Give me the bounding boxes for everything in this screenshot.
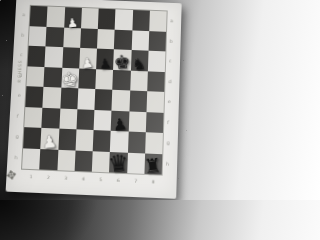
board-cell[interactable]: [25, 86, 43, 107]
board-cell[interactable]: [30, 6, 48, 27]
file-label-right: g: [167, 141, 170, 146]
board-cell[interactable]: [127, 132, 145, 153]
chess-board: ♟♟♚♟♟♚♞♟♛♜: [22, 6, 167, 175]
board-cell[interactable]: [149, 11, 167, 32]
rank-label: 2: [47, 176, 50, 181]
file-label-left: e: [18, 94, 21, 99]
board-cell[interactable]: [80, 28, 98, 49]
file-label-left: b: [21, 33, 24, 38]
board-cell[interactable]: [47, 7, 65, 28]
board-cell[interactable]: [94, 109, 112, 130]
board-cell[interactable]: [146, 91, 164, 112]
rank-label: 7: [134, 180, 137, 185]
board-cell[interactable]: [43, 87, 61, 108]
piece-black-king[interactable]: ♚: [113, 52, 131, 72]
file-label-right: f: [167, 121, 169, 126]
board-cell[interactable]: [26, 66, 44, 87]
piece-black-pawn[interactable]: ♟: [112, 116, 128, 133]
vinyl-chess-mat: ®CHESS ✥ ♟♟♚♟♟♚♞♟♛♜ 12345678aabbccddeeff…: [6, 0, 182, 199]
board-cell[interactable]: [114, 29, 132, 50]
board-cell[interactable]: [81, 8, 99, 29]
piece-white-pawn[interactable]: ♟: [67, 16, 79, 29]
board-cell[interactable]: [95, 69, 113, 90]
piece-black-pawn[interactable]: ♟: [98, 56, 111, 71]
board-cell[interactable]: [147, 71, 165, 92]
board-cell[interactable]: [78, 68, 96, 89]
board-cell[interactable]: [148, 31, 166, 52]
file-label-left: g: [16, 135, 19, 140]
board-cell[interactable]: [23, 127, 41, 148]
board-cell[interactable]: [76, 109, 94, 130]
board-cell[interactable]: [115, 9, 133, 30]
brand-emblem-icon: ✥: [5, 167, 18, 183]
board-cell[interactable]: [58, 129, 76, 150]
board-cell[interactable]: [24, 107, 42, 128]
file-label-left: c: [20, 53, 23, 58]
board-cell[interactable]: [93, 130, 111, 151]
rank-label: 6: [117, 179, 120, 184]
board-cell[interactable]: [148, 51, 166, 72]
board-cell[interactable]: [75, 129, 93, 150]
file-label-left: f: [17, 115, 19, 120]
piece-black-rook[interactable]: ♜: [143, 156, 162, 177]
rank-label: 1: [29, 175, 32, 180]
board-cell[interactable]: [98, 9, 116, 30]
file-label-right: a: [170, 20, 173, 24]
board-cell[interactable]: [146, 112, 164, 133]
board-cell[interactable]: [94, 89, 112, 110]
board-cell[interactable]: [77, 88, 95, 109]
board-cell[interactable]: [112, 90, 130, 111]
file-label-right: d: [168, 80, 171, 85]
board-cell[interactable]: [97, 29, 115, 50]
board-cell[interactable]: [145, 132, 163, 153]
edge-labels: 12345678aabbccddeeffgghh: [16, 0, 181, 3]
board-cell[interactable]: [59, 108, 77, 129]
board-cell[interactable]: [132, 10, 150, 31]
piece-white-pawn[interactable]: ♟: [41, 133, 57, 151]
rank-label: 8: [152, 180, 155, 185]
rank-label: 3: [64, 177, 67, 182]
board-cell[interactable]: [46, 26, 64, 47]
file-label-right: h: [166, 162, 169, 167]
file-label-left: a: [22, 13, 25, 17]
rank-label: 5: [99, 178, 102, 183]
file-label-left: d: [19, 74, 22, 79]
board-cell[interactable]: [131, 30, 149, 51]
board-cell[interactable]: [57, 149, 75, 171]
board-cell[interactable]: [74, 150, 92, 172]
board-cell[interactable]: [28, 46, 46, 67]
piece-black-queen[interactable]: ♛: [107, 151, 130, 176]
board-cell[interactable]: [42, 107, 60, 128]
file-label-right: b: [170, 40, 173, 45]
rank-label: 4: [82, 177, 85, 182]
board-cell[interactable]: [62, 47, 80, 68]
piece-black-knight[interactable]: ♞: [132, 56, 147, 72]
file-label-left: h: [14, 156, 17, 161]
file-label-right: e: [168, 100, 171, 105]
board-cell[interactable]: [45, 46, 63, 67]
board-cell[interactable]: [29, 26, 47, 47]
board-cell[interactable]: [129, 90, 147, 111]
board-cell[interactable]: [63, 27, 81, 48]
piece-white-king[interactable]: ♚: [60, 70, 79, 91]
piece-white-pawn[interactable]: ♟: [81, 56, 94, 71]
file-label-right: c: [169, 60, 172, 65]
board-cell[interactable]: [22, 148, 40, 170]
board-cell[interactable]: [128, 111, 146, 132]
